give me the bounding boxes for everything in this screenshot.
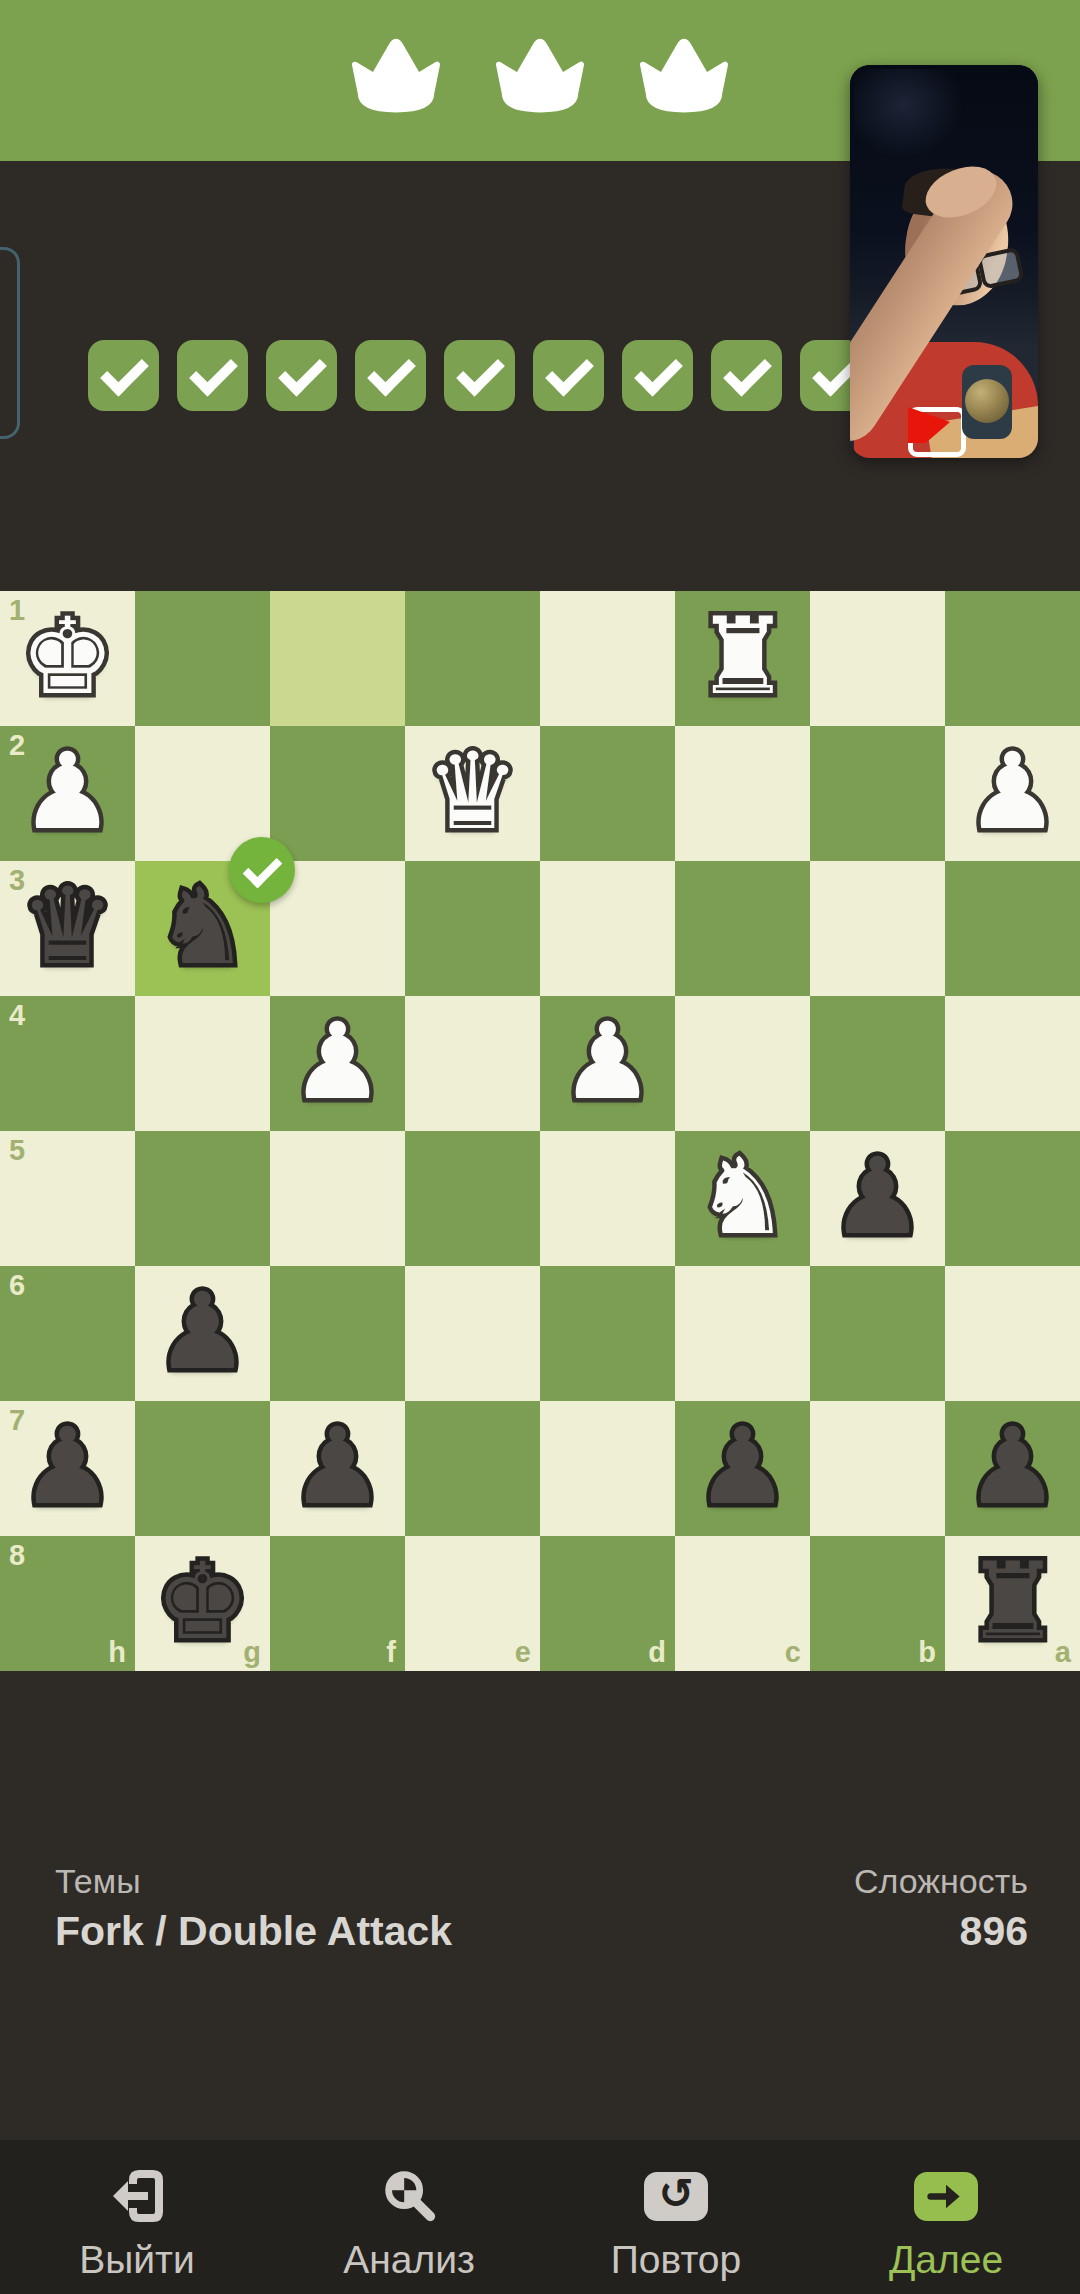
piece-black-queen[interactable] bbox=[0, 861, 135, 996]
square-b5[interactable] bbox=[810, 1131, 945, 1266]
nav-item-analysis[interactable]: Анализ bbox=[309, 2140, 509, 2294]
check-icon bbox=[634, 348, 683, 397]
nav-label-next: Далее bbox=[846, 2238, 1046, 2282]
square-c7[interactable] bbox=[675, 1401, 810, 1536]
square-h6[interactable]: 6 bbox=[0, 1266, 135, 1401]
correct-move-badge bbox=[229, 837, 295, 903]
square-a3[interactable] bbox=[945, 861, 1080, 996]
puzzle-screen: 12345678hgfedcba Темы Сложность Fork / D… bbox=[0, 0, 1080, 2294]
square-g7[interactable] bbox=[135, 1401, 270, 1536]
retry-icon: ↺ bbox=[644, 2172, 708, 2221]
square-d5[interactable] bbox=[540, 1131, 675, 1266]
square-h4[interactable]: 4 bbox=[0, 996, 135, 1131]
nav-item-exit[interactable]: Выйти bbox=[37, 2140, 237, 2294]
video-shadow bbox=[854, 69, 964, 159]
difficulty-label: Сложность bbox=[854, 1862, 1028, 1901]
square-f4[interactable] bbox=[270, 996, 405, 1131]
square-e6[interactable] bbox=[405, 1266, 540, 1401]
nav-label-exit: Выйти bbox=[37, 2238, 237, 2282]
piece-black-pawn[interactable] bbox=[675, 1401, 810, 1536]
square-d3[interactable] bbox=[540, 861, 675, 996]
square-g1[interactable] bbox=[135, 591, 270, 726]
square-f7[interactable] bbox=[270, 1401, 405, 1536]
piece-black-pawn[interactable] bbox=[270, 1401, 405, 1536]
offscreen-card-edge bbox=[0, 247, 20, 439]
webcam-avatar-badge bbox=[962, 365, 1012, 439]
square-b8[interactable]: b bbox=[810, 1536, 945, 1671]
check-icon bbox=[243, 849, 283, 889]
nav-label-analysis: Анализ bbox=[309, 2238, 509, 2282]
square-e3[interactable] bbox=[405, 861, 540, 996]
check-icon bbox=[189, 348, 238, 397]
rank-label-4: 4 bbox=[9, 1001, 25, 1030]
square-a7[interactable] bbox=[945, 1401, 1080, 1536]
square-h1[interactable]: 1 bbox=[0, 591, 135, 726]
square-d7[interactable] bbox=[540, 1401, 675, 1536]
rank-label-5: 5 bbox=[9, 1136, 25, 1165]
nav-label-retry: Повтор bbox=[576, 2238, 776, 2282]
square-e4[interactable] bbox=[405, 996, 540, 1131]
square-a4[interactable] bbox=[945, 996, 1080, 1131]
square-h8[interactable]: 8h bbox=[0, 1536, 135, 1671]
rank-label-8: 8 bbox=[9, 1541, 25, 1570]
square-b7[interactable] bbox=[810, 1401, 945, 1536]
check-icon bbox=[367, 348, 416, 397]
piece-black-pawn[interactable] bbox=[810, 1131, 945, 1266]
check-icon bbox=[723, 348, 772, 397]
square-c2[interactable] bbox=[675, 726, 810, 861]
square-a6[interactable] bbox=[945, 1266, 1080, 1401]
solved-check-badge bbox=[444, 340, 515, 411]
square-e2[interactable] bbox=[405, 726, 540, 861]
square-e5[interactable] bbox=[405, 1131, 540, 1266]
info-labels-row: Темы Сложность bbox=[55, 1862, 1028, 1901]
square-d1[interactable] bbox=[540, 591, 675, 726]
piece-black-pawn[interactable] bbox=[0, 1401, 135, 1536]
video-overlay[interactable] bbox=[850, 65, 1038, 458]
avatar-globe-icon bbox=[965, 379, 1009, 423]
analysis-magnifier-icon bbox=[309, 2164, 509, 2228]
square-h3[interactable]: 3 bbox=[0, 861, 135, 996]
file-label-d: d bbox=[648, 1638, 666, 1667]
square-a5[interactable] bbox=[945, 1131, 1080, 1266]
square-b4[interactable] bbox=[810, 996, 945, 1131]
rank-label-6: 6 bbox=[9, 1271, 25, 1300]
piece-white-king[interactable] bbox=[0, 591, 135, 726]
square-h2[interactable]: 2 bbox=[0, 726, 135, 861]
crown-icon bbox=[490, 33, 590, 121]
square-a1[interactable] bbox=[945, 591, 1080, 726]
difficulty-value: 896 bbox=[960, 1908, 1028, 1955]
square-e1[interactable] bbox=[405, 591, 540, 726]
crown-icon bbox=[634, 33, 734, 121]
piece-white-rook[interactable] bbox=[675, 591, 810, 726]
piece-black-king[interactable] bbox=[135, 1536, 270, 1671]
chess-board[interactable]: 12345678hgfedcba bbox=[0, 591, 1080, 1671]
square-a8[interactable]: a bbox=[945, 1536, 1080, 1671]
square-g6[interactable] bbox=[135, 1266, 270, 1401]
nav-item-retry[interactable]: ↺ Повтор bbox=[576, 2140, 776, 2294]
square-h5[interactable]: 5 bbox=[0, 1131, 135, 1266]
square-b1[interactable] bbox=[810, 591, 945, 726]
square-c1[interactable] bbox=[675, 591, 810, 726]
piece-white-pawn[interactable] bbox=[945, 726, 1080, 861]
crown-icon bbox=[346, 33, 446, 121]
info-values-row: Fork / Double Attack 896 bbox=[55, 1908, 1028, 1955]
solved-check-badge bbox=[533, 340, 604, 411]
piece-white-queen[interactable] bbox=[405, 726, 540, 861]
themes-label: Темы bbox=[55, 1862, 141, 1901]
square-b6[interactable] bbox=[810, 1266, 945, 1401]
square-c3[interactable] bbox=[675, 861, 810, 996]
file-label-e: e bbox=[515, 1638, 531, 1667]
square-a2[interactable] bbox=[945, 726, 1080, 861]
square-g5[interactable] bbox=[135, 1131, 270, 1266]
square-e8[interactable]: e bbox=[405, 1536, 540, 1671]
exit-icon bbox=[37, 2164, 237, 2228]
square-f8[interactable]: f bbox=[270, 1536, 405, 1671]
piece-white-knight[interactable] bbox=[675, 1131, 810, 1266]
square-c5[interactable] bbox=[675, 1131, 810, 1266]
square-c6[interactable] bbox=[675, 1266, 810, 1401]
solved-check-badge bbox=[88, 340, 159, 411]
square-f2[interactable] bbox=[270, 726, 405, 861]
camera-off-red-fill bbox=[908, 407, 950, 443]
square-c4[interactable] bbox=[675, 996, 810, 1131]
piece-black-pawn[interactable] bbox=[135, 1266, 270, 1401]
themes-value: Fork / Double Attack bbox=[55, 1908, 452, 1955]
square-d6[interactable] bbox=[540, 1266, 675, 1401]
solved-check-badge bbox=[355, 340, 426, 411]
file-label-f: f bbox=[386, 1638, 396, 1667]
square-c8[interactable]: c bbox=[675, 1536, 810, 1671]
check-icon bbox=[278, 348, 327, 397]
square-g4[interactable] bbox=[135, 996, 270, 1131]
solved-check-badge bbox=[266, 340, 337, 411]
square-f1[interactable] bbox=[270, 591, 405, 726]
check-icon bbox=[456, 348, 505, 397]
next-arrow-icon bbox=[914, 2172, 978, 2221]
square-f6[interactable] bbox=[270, 1266, 405, 1401]
square-d4[interactable] bbox=[540, 996, 675, 1131]
square-b3[interactable] bbox=[810, 861, 945, 996]
square-d8[interactable]: d bbox=[540, 1536, 675, 1671]
camera-off-icon bbox=[908, 407, 966, 457]
progress-checks-row bbox=[88, 340, 871, 411]
nav-item-next[interactable]: Далее bbox=[846, 2140, 1046, 2294]
square-e7[interactable] bbox=[405, 1401, 540, 1536]
solved-check-badge bbox=[711, 340, 782, 411]
bottom-nav: Выйти Анализ ↺ Повтор bbox=[0, 2140, 1080, 2294]
check-icon bbox=[545, 348, 594, 397]
square-g3[interactable] bbox=[135, 861, 270, 996]
file-label-c: c bbox=[785, 1638, 801, 1667]
piece-white-pawn[interactable] bbox=[0, 726, 135, 861]
file-label-b: b bbox=[918, 1638, 936, 1667]
piece-white-pawn[interactable] bbox=[270, 996, 405, 1131]
square-g8[interactable]: g bbox=[135, 1536, 270, 1671]
check-icon bbox=[100, 348, 149, 397]
square-f5[interactable] bbox=[270, 1131, 405, 1266]
square-h7[interactable]: 7 bbox=[0, 1401, 135, 1536]
square-b2[interactable] bbox=[810, 726, 945, 861]
piece-black-rook[interactable] bbox=[945, 1536, 1080, 1671]
solved-check-badge bbox=[622, 340, 693, 411]
piece-black-pawn[interactable] bbox=[945, 1401, 1080, 1536]
solved-check-badge bbox=[177, 340, 248, 411]
file-label-h: h bbox=[108, 1638, 126, 1667]
piece-white-pawn[interactable] bbox=[540, 996, 675, 1131]
square-d2[interactable] bbox=[540, 726, 675, 861]
